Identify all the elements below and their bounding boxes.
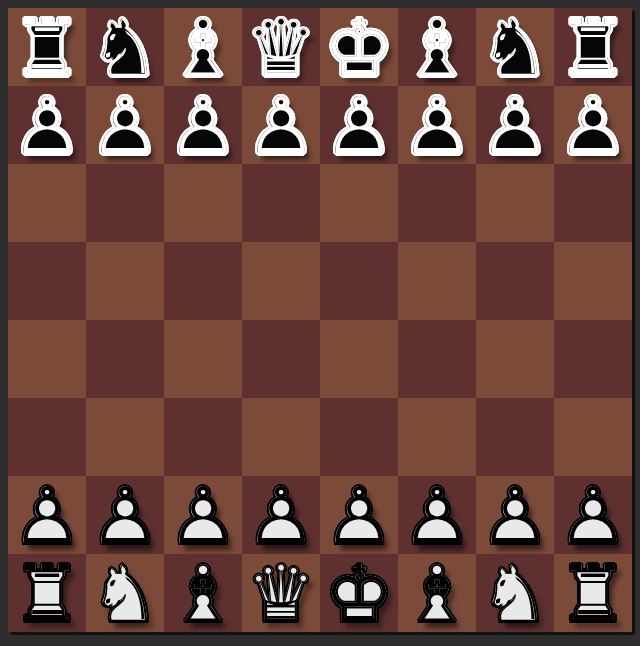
piece-glyph-fill: ♚ [320, 10, 398, 88]
square-c6[interactable] [164, 164, 242, 242]
square-e6[interactable] [320, 164, 398, 242]
piece-glyph-fill: ♟ [164, 88, 242, 166]
piece-glyph-outline: ♙ [164, 478, 242, 556]
square-b7[interactable]: ♟♙ [86, 86, 164, 164]
piece-black-pawn[interactable]: ♟♙ [476, 86, 554, 164]
square-b6[interactable] [86, 164, 164, 242]
square-a6[interactable] [8, 164, 86, 242]
piece-black-pawn[interactable]: ♟♙ [398, 86, 476, 164]
square-d5[interactable] [242, 242, 320, 320]
piece-black-rook[interactable]: ♜♖ [8, 8, 86, 86]
piece-glyph-fill: ♞ [476, 10, 554, 88]
square-b4[interactable] [86, 320, 164, 398]
piece-white-rook[interactable]: ♜♖ [8, 554, 86, 632]
square-c8[interactable]: ♝♗ [164, 8, 242, 86]
piece-glyph-fill: ♜ [8, 556, 86, 634]
square-h5[interactable] [554, 242, 632, 320]
piece-black-bishop[interactable]: ♝♗ [164, 8, 242, 86]
piece-glyph-outline: ♙ [320, 478, 398, 556]
square-e1[interactable]: ♚♔ [320, 554, 398, 632]
piece-glyph-fill: ♝ [164, 556, 242, 634]
piece-glyph-outline: ♙ [164, 88, 242, 166]
square-g1[interactable]: ♞♘ [476, 554, 554, 632]
piece-black-pawn[interactable]: ♟♙ [86, 86, 164, 164]
piece-glyph-fill: ♟ [398, 88, 476, 166]
square-h3[interactable] [554, 398, 632, 476]
piece-glyph-outline: ♙ [242, 88, 320, 166]
piece-white-pawn[interactable]: ♟♙ [86, 476, 164, 554]
square-h7[interactable]: ♟♙ [554, 86, 632, 164]
square-g3[interactable] [476, 398, 554, 476]
piece-glyph-outline: ♕ [242, 556, 320, 634]
piece-glyph-outline: ♙ [8, 478, 86, 556]
piece-black-knight[interactable]: ♞♘ [476, 8, 554, 86]
square-d3[interactable] [242, 398, 320, 476]
square-e4[interactable] [320, 320, 398, 398]
piece-white-pawn[interactable]: ♟♙ [164, 476, 242, 554]
piece-glyph-outline: ♙ [242, 478, 320, 556]
piece-glyph-fill: ♝ [164, 10, 242, 88]
piece-white-pawn[interactable]: ♟♙ [476, 476, 554, 554]
square-f2[interactable]: ♟♙ [398, 476, 476, 554]
piece-white-knight[interactable]: ♞♘ [476, 554, 554, 632]
piece-glyph-fill: ♟ [86, 88, 164, 166]
square-h8[interactable]: ♜♖ [554, 8, 632, 86]
piece-glyph-outline: ♙ [554, 478, 632, 556]
piece-glyph-outline: ♘ [86, 10, 164, 88]
piece-black-pawn[interactable]: ♟♙ [554, 86, 632, 164]
piece-glyph-fill: ♟ [86, 478, 164, 556]
piece-black-pawn[interactable]: ♟♙ [164, 86, 242, 164]
square-g5[interactable] [476, 242, 554, 320]
piece-glyph-outline: ♗ [398, 556, 476, 634]
square-b1[interactable]: ♞♘ [86, 554, 164, 632]
square-d1[interactable]: ♛♕ [242, 554, 320, 632]
square-e8[interactable]: ♚♔ [320, 8, 398, 86]
square-a5[interactable] [8, 242, 86, 320]
piece-glyph-outline: ♙ [554, 88, 632, 166]
piece-glyph-fill: ♟ [476, 478, 554, 556]
piece-glyph-fill: ♜ [554, 10, 632, 88]
square-f4[interactable] [398, 320, 476, 398]
square-g6[interactable] [476, 164, 554, 242]
square-f5[interactable] [398, 242, 476, 320]
square-b5[interactable] [86, 242, 164, 320]
square-c5[interactable] [164, 242, 242, 320]
square-a3[interactable] [8, 398, 86, 476]
piece-white-rook[interactable]: ♜♖ [554, 554, 632, 632]
piece-glyph-fill: ♟ [242, 478, 320, 556]
piece-white-bishop[interactable]: ♝♗ [164, 554, 242, 632]
piece-black-pawn[interactable]: ♟♙ [8, 86, 86, 164]
piece-glyph-fill: ♛ [242, 556, 320, 634]
square-f7[interactable]: ♟♙ [398, 86, 476, 164]
piece-glyph-outline: ♗ [164, 10, 242, 88]
square-c4[interactable] [164, 320, 242, 398]
piece-glyph-outline: ♖ [8, 556, 86, 634]
square-e7[interactable]: ♟♙ [320, 86, 398, 164]
piece-glyph-outline: ♙ [398, 478, 476, 556]
square-d7[interactable]: ♟♙ [242, 86, 320, 164]
square-c2[interactable]: ♟♙ [164, 476, 242, 554]
piece-glyph-fill: ♟ [320, 478, 398, 556]
square-h4[interactable] [554, 320, 632, 398]
square-f1[interactable]: ♝♗ [398, 554, 476, 632]
square-f3[interactable] [398, 398, 476, 476]
piece-white-knight[interactable]: ♞♘ [86, 554, 164, 632]
square-d8[interactable]: ♛♕ [242, 8, 320, 86]
square-a1[interactable]: ♜♖ [8, 554, 86, 632]
square-f8[interactable]: ♝♗ [398, 8, 476, 86]
square-e5[interactable] [320, 242, 398, 320]
piece-black-king[interactable]: ♚♔ [320, 8, 398, 86]
square-g7[interactable]: ♟♙ [476, 86, 554, 164]
piece-white-pawn[interactable]: ♟♙ [320, 476, 398, 554]
square-a2[interactable]: ♟♙ [8, 476, 86, 554]
piece-glyph-outline: ♘ [476, 556, 554, 634]
piece-black-queen[interactable]: ♛♕ [242, 8, 320, 86]
piece-white-pawn[interactable]: ♟♙ [8, 476, 86, 554]
piece-glyph-fill: ♟ [320, 88, 398, 166]
piece-glyph-outline: ♕ [242, 10, 320, 88]
square-d4[interactable] [242, 320, 320, 398]
board-frame: ♜♖♞♘♝♗♛♕♚♔♝♗♞♘♜♖♟♙♟♙♟♙♟♙♟♙♟♙♟♙♟♙♟♙♟♙♟♙♟♙… [0, 0, 640, 646]
piece-white-bishop[interactable]: ♝♗ [398, 554, 476, 632]
piece-glyph-fill: ♟ [398, 478, 476, 556]
piece-glyph-fill: ♟ [8, 88, 86, 166]
piece-glyph-outline: ♘ [476, 10, 554, 88]
piece-glyph-outline: ♗ [164, 556, 242, 634]
piece-glyph-fill: ♛ [242, 10, 320, 88]
piece-glyph-outline: ♙ [8, 88, 86, 166]
piece-glyph-fill: ♟ [242, 88, 320, 166]
piece-glyph-outline: ♔ [320, 10, 398, 88]
piece-black-pawn[interactable]: ♟♙ [242, 86, 320, 164]
piece-white-queen[interactable]: ♛♕ [242, 554, 320, 632]
piece-glyph-outline: ♙ [320, 88, 398, 166]
square-b3[interactable] [86, 398, 164, 476]
piece-glyph-outline: ♙ [86, 478, 164, 556]
square-h1[interactable]: ♜♖ [554, 554, 632, 632]
piece-glyph-outline: ♘ [86, 556, 164, 634]
piece-glyph-fill: ♟ [476, 88, 554, 166]
piece-glyph-outline: ♙ [476, 478, 554, 556]
square-a7[interactable]: ♟♙ [8, 86, 86, 164]
piece-glyph-fill: ♟ [554, 88, 632, 166]
piece-white-pawn[interactable]: ♟♙ [398, 476, 476, 554]
square-e3[interactable] [320, 398, 398, 476]
square-c7[interactable]: ♟♙ [164, 86, 242, 164]
square-b8[interactable]: ♞♘ [86, 8, 164, 86]
square-g4[interactable] [476, 320, 554, 398]
piece-black-pawn[interactable]: ♟♙ [320, 86, 398, 164]
piece-black-knight[interactable]: ♞♘ [86, 8, 164, 86]
square-h6[interactable] [554, 164, 632, 242]
piece-glyph-fill: ♟ [164, 478, 242, 556]
piece-glyph-outline: ♗ [398, 10, 476, 88]
square-g8[interactable]: ♞♘ [476, 8, 554, 86]
piece-glyph-fill: ♝ [398, 10, 476, 88]
piece-glyph-outline: ♖ [8, 10, 86, 88]
piece-black-rook[interactable]: ♜♖ [554, 8, 632, 86]
square-e2[interactable]: ♟♙ [320, 476, 398, 554]
square-d6[interactable] [242, 164, 320, 242]
piece-glyph-outline: ♙ [476, 88, 554, 166]
piece-glyph-outline: ♔ [320, 556, 398, 634]
piece-white-king[interactable]: ♚♔ [320, 554, 398, 632]
piece-glyph-fill: ♞ [86, 10, 164, 88]
piece-glyph-fill: ♟ [554, 478, 632, 556]
piece-glyph-fill: ♜ [554, 556, 632, 634]
piece-glyph-fill: ♚ [320, 556, 398, 634]
piece-glyph-outline: ♖ [554, 10, 632, 88]
square-f6[interactable] [398, 164, 476, 242]
piece-glyph-fill: ♝ [398, 556, 476, 634]
square-b2[interactable]: ♟♙ [86, 476, 164, 554]
square-a8[interactable]: ♜♖ [8, 8, 86, 86]
square-c1[interactable]: ♝♗ [164, 554, 242, 632]
piece-glyph-fill: ♞ [476, 556, 554, 634]
piece-black-bishop[interactable]: ♝♗ [398, 8, 476, 86]
piece-glyph-fill: ♜ [8, 10, 86, 88]
piece-glyph-fill: ♞ [86, 556, 164, 634]
square-a4[interactable] [8, 320, 86, 398]
piece-glyph-outline: ♙ [398, 88, 476, 166]
square-h2[interactable]: ♟♙ [554, 476, 632, 554]
square-g2[interactable]: ♟♙ [476, 476, 554, 554]
piece-glyph-outline: ♙ [86, 88, 164, 166]
piece-glyph-fill: ♟ [8, 478, 86, 556]
piece-glyph-outline: ♖ [554, 556, 632, 634]
piece-white-pawn[interactable]: ♟♙ [554, 476, 632, 554]
chess-board: ♜♖♞♘♝♗♛♕♚♔♝♗♞♘♜♖♟♙♟♙♟♙♟♙♟♙♟♙♟♙♟♙♟♙♟♙♟♙♟♙… [8, 8, 632, 632]
piece-white-pawn[interactable]: ♟♙ [242, 476, 320, 554]
square-d2[interactable]: ♟♙ [242, 476, 320, 554]
square-c3[interactable] [164, 398, 242, 476]
